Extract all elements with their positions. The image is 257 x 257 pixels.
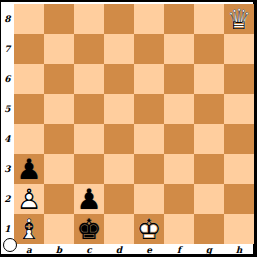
square-b1[interactable] — [44, 214, 74, 244]
square-c3[interactable] — [74, 154, 104, 184]
piece-white-pawn: ♟♙ — [14, 184, 44, 214]
square-g7[interactable] — [194, 34, 224, 64]
square-a2[interactable]: ♟♙ — [14, 184, 44, 214]
square-b6[interactable] — [44, 64, 74, 94]
square-e3[interactable] — [134, 154, 164, 184]
square-g2[interactable] — [194, 184, 224, 214]
square-c8[interactable] — [74, 4, 104, 34]
square-f7[interactable] — [164, 34, 194, 64]
file-label-c: c — [74, 244, 104, 256]
chess-board: ♛♕♟♟♙♟♝♗♚♚♔ — [14, 4, 254, 244]
square-f3[interactable] — [164, 154, 194, 184]
piece-white-bishop: ♝♗ — [14, 214, 44, 244]
square-b2[interactable] — [44, 184, 74, 214]
square-d5[interactable] — [104, 94, 134, 124]
diagram-inner: ♛♕♟♟♙♟♝♗♚♚♔ 87654321 abcdefgh — [1, 2, 253, 254]
square-f4[interactable] — [164, 124, 194, 154]
square-a3[interactable]: ♟ — [14, 154, 44, 184]
square-d2[interactable] — [104, 184, 134, 214]
file-label-g: g — [194, 244, 224, 256]
square-h4[interactable] — [224, 124, 254, 154]
square-f1[interactable] — [164, 214, 194, 244]
square-b8[interactable] — [44, 4, 74, 34]
square-b5[interactable] — [44, 94, 74, 124]
square-h2[interactable] — [224, 184, 254, 214]
square-d7[interactable] — [104, 34, 134, 64]
file-label-d: d — [104, 244, 134, 256]
piece-black-pawn: ♟ — [14, 154, 44, 184]
rank-label-5: 5 — [1, 94, 14, 124]
rank-label-2: 2 — [1, 184, 14, 214]
square-h1[interactable] — [224, 214, 254, 244]
square-c5[interactable] — [74, 94, 104, 124]
square-g1[interactable] — [194, 214, 224, 244]
square-b3[interactable] — [44, 154, 74, 184]
square-c1[interactable]: ♚ — [74, 214, 104, 244]
square-d8[interactable] — [104, 4, 134, 34]
square-a1[interactable]: ♝♗ — [14, 214, 44, 244]
piece-white-queen: ♛♕ — [224, 4, 254, 34]
square-e4[interactable] — [134, 124, 164, 154]
square-g6[interactable] — [194, 64, 224, 94]
square-c6[interactable] — [74, 64, 104, 94]
square-g8[interactable] — [194, 4, 224, 34]
square-f8[interactable] — [164, 4, 194, 34]
rank-labels: 87654321 — [1, 4, 14, 244]
square-f6[interactable] — [164, 64, 194, 94]
square-d1[interactable] — [104, 214, 134, 244]
square-d4[interactable] — [104, 124, 134, 154]
rank-label-6: 6 — [1, 64, 14, 94]
rank-label-7: 7 — [1, 34, 14, 64]
square-c4[interactable] — [74, 124, 104, 154]
piece-black-pawn: ♟ — [74, 184, 104, 214]
square-b7[interactable] — [44, 34, 74, 64]
square-g4[interactable] — [194, 124, 224, 154]
square-a4[interactable] — [14, 124, 44, 154]
rank-label-3: 3 — [1, 154, 14, 184]
square-h5[interactable] — [224, 94, 254, 124]
square-c7[interactable] — [74, 34, 104, 64]
square-h6[interactable] — [224, 64, 254, 94]
square-f5[interactable] — [164, 94, 194, 124]
square-d3[interactable] — [104, 154, 134, 184]
square-a7[interactable] — [14, 34, 44, 64]
file-label-a: a — [14, 244, 44, 256]
square-f2[interactable] — [164, 184, 194, 214]
square-b4[interactable] — [44, 124, 74, 154]
rank-label-8: 8 — [1, 4, 14, 34]
file-label-h: h — [224, 244, 254, 256]
piece-black-king: ♚ — [74, 214, 104, 244]
file-label-f: f — [164, 244, 194, 256]
square-e7[interactable] — [134, 34, 164, 64]
file-label-e: e — [134, 244, 164, 256]
square-h3[interactable] — [224, 154, 254, 184]
square-e6[interactable] — [134, 64, 164, 94]
square-c2[interactable]: ♟ — [74, 184, 104, 214]
square-g3[interactable] — [194, 154, 224, 184]
file-labels: abcdefgh — [14, 244, 254, 256]
square-a5[interactable] — [14, 94, 44, 124]
square-h7[interactable] — [224, 34, 254, 64]
square-a8[interactable] — [14, 4, 44, 34]
square-d6[interactable] — [104, 64, 134, 94]
square-e2[interactable] — [134, 184, 164, 214]
square-e5[interactable] — [134, 94, 164, 124]
square-h8[interactable]: ♛♕ — [224, 4, 254, 34]
chess-diagram: ♛♕♟♟♙♟♝♗♚♚♔ 87654321 abcdefgh — [0, 0, 257, 257]
file-label-b: b — [44, 244, 74, 256]
rank-label-4: 4 — [1, 124, 14, 154]
square-e1[interactable]: ♚♔ — [134, 214, 164, 244]
square-a6[interactable] — [14, 64, 44, 94]
white-to-move-indicator — [3, 238, 17, 252]
square-e8[interactable] — [134, 4, 164, 34]
piece-white-king: ♚♔ — [134, 214, 164, 244]
square-g5[interactable] — [194, 94, 224, 124]
